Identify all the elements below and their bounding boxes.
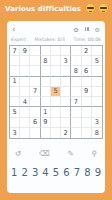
cell-r6c8[interactable] [82,97,92,107]
cell-r7c8[interactable] [82,107,92,117]
cell-r7c3[interactable] [30,107,40,117]
glasses-face-emoji-icon [99,4,108,13]
cell-r7c9[interactable] [92,107,102,117]
cell-r6c6[interactable] [61,97,71,107]
cell-r1c6[interactable] [61,46,71,56]
erase-icon[interactable]: ⌫ [39,149,50,159]
cell-r7c1[interactable]: 5 [10,107,20,117]
cell-r2c2[interactable] [20,56,30,66]
cell-r5c8[interactable]: 9 [82,87,92,97]
pause-icon[interactable] [85,27,89,32]
cell-r5c1[interactable] [10,87,20,97]
numpad-1[interactable]: 1 [11,167,17,178]
cell-r1c2[interactable]: 9 [20,46,30,56]
cell-r6c4[interactable] [41,97,51,107]
mistakes-counter: Mistakes: 0/3 [35,37,65,42]
cell-r2c9[interactable]: 5 [92,56,102,66]
sudoku-board: 7928358617594751693328 [9,45,103,139]
banner-emojis [86,4,108,13]
cell-r8c5[interactable] [51,118,61,128]
cell-r3c2[interactable] [20,66,30,76]
cell-r7c6[interactable] [61,107,71,117]
cell-r3c9[interactable] [92,66,102,76]
cell-r1c8[interactable]: 2 [82,46,92,56]
cell-r5c5[interactable]: 5 [51,87,61,97]
cell-r1c4[interactable] [41,46,51,56]
cell-r9c6[interactable]: 2 [61,128,71,138]
cell-r6c1[interactable] [10,97,20,107]
undo-icon[interactable]: ↺ [15,149,21,159]
cell-r1c3[interactable] [30,46,40,56]
cell-r3c4[interactable] [41,66,51,76]
cell-r4c6[interactable] [61,77,71,87]
cell-r2c6[interactable]: 3 [61,56,71,66]
numpad-6[interactable]: 6 [63,167,69,178]
cell-r5c4[interactable] [41,87,51,97]
cell-r9c4[interactable] [41,128,51,138]
cell-r1c1[interactable]: 7 [10,46,20,56]
cell-r7c5[interactable] [51,107,61,117]
numpad-3[interactable]: 3 [32,167,38,178]
cell-r8c7[interactable] [71,118,81,128]
cell-r5c7[interactable] [71,87,81,97]
cell-r8c8[interactable] [82,118,92,128]
cell-r7c2[interactable] [20,107,30,117]
numpad-7[interactable]: 7 [74,167,80,178]
cell-r9c8[interactable] [82,128,92,138]
cell-r4c2[interactable] [20,77,30,87]
cell-r7c4[interactable]: 1 [41,107,51,117]
cell-r3c7[interactable]: 8 [71,66,81,76]
cell-r3c5[interactable] [51,66,61,76]
cell-r1c9[interactable] [92,46,102,56]
cell-r6c3[interactable] [30,97,40,107]
cell-r4c1[interactable]: 1 [10,77,20,87]
cell-r2c4[interactable]: 8 [41,56,51,66]
numpad-4[interactable]: 4 [42,167,48,178]
notes-icon[interactable]: ✎ [67,149,73,159]
cell-r7c7[interactable] [71,107,81,117]
cell-r3c1[interactable] [10,66,20,76]
action-bar: ↺⌫✎⚲ [15,148,97,160]
cell-r3c8[interactable]: 6 [82,66,92,76]
cell-r5c9[interactable] [92,87,102,97]
cell-r4c7[interactable] [71,77,81,87]
settings-gear-icon[interactable]: ⚙ [95,26,100,33]
numpad-5[interactable]: 5 [53,167,59,178]
cell-r3c6[interactable] [61,66,71,76]
game-card: ‹ ✿ ⚙ Expert Mistakes: 0/3 Time: 00:06 7… [7,21,105,193]
cell-r8c3[interactable]: 6 [30,118,40,128]
cell-r2c1[interactable] [10,56,20,66]
numpad-2[interactable]: 2 [21,167,27,178]
cell-r9c7[interactable] [71,128,81,138]
back-button[interactable]: ‹ [12,24,16,34]
cell-r4c5[interactable] [51,77,61,87]
cell-r8c2[interactable] [20,118,30,128]
cell-r9c9[interactable]: 8 [92,128,102,138]
cell-r9c3[interactable] [30,128,40,138]
timer: Time: 00:06 [74,37,102,42]
cell-r4c4[interactable] [41,77,51,87]
cell-r6c2[interactable]: 4 [20,97,30,107]
cell-r2c5[interactable] [51,56,61,66]
hint-icon[interactable]: ⚲ [92,149,98,159]
banner-title: Various difficulties [5,5,81,13]
cell-r8c9[interactable]: 3 [92,118,102,128]
cell-r1c7[interactable] [71,46,81,56]
cell-r9c1[interactable]: 3 [10,128,20,138]
number-pad: 123456789 [11,165,101,179]
cell-r2c7[interactable] [71,56,81,66]
cell-r5c6[interactable] [61,87,71,97]
difficulty-label: Expert [11,37,26,42]
cell-r6c7[interactable]: 7 [71,97,81,107]
cell-r6c9[interactable] [92,97,102,107]
status-row: Expert Mistakes: 0/3 Time: 00:06 [11,36,101,43]
cell-r6c5[interactable] [51,97,61,107]
cell-r9c2[interactable] [20,128,30,138]
game-toolbar: ‹ ✿ ⚙ [12,23,100,35]
cell-r2c8[interactable] [82,56,92,66]
cell-r2c3[interactable] [30,56,40,66]
numpad-9[interactable]: 9 [95,167,101,178]
numpad-8[interactable]: 8 [84,167,90,178]
cell-r9c5[interactable] [51,128,61,138]
cell-r5c2[interactable] [20,87,30,97]
cell-r5c3[interactable]: 7 [30,87,40,97]
cell-r3c3[interactable] [30,66,40,76]
nerd-face-emoji-icon [86,4,95,13]
cell-r4c9[interactable] [92,77,102,87]
palette-icon[interactable]: ✿ [74,26,79,33]
cell-r4c8[interactable] [82,77,92,87]
cell-r1c5[interactable] [51,46,61,56]
cell-r8c4[interactable]: 9 [41,118,51,128]
cell-r8c6[interactable] [61,118,71,128]
top-banner: Various difficulties [0,0,112,21]
cell-r4c3[interactable] [30,77,40,87]
cell-r8c1[interactable] [10,118,20,128]
